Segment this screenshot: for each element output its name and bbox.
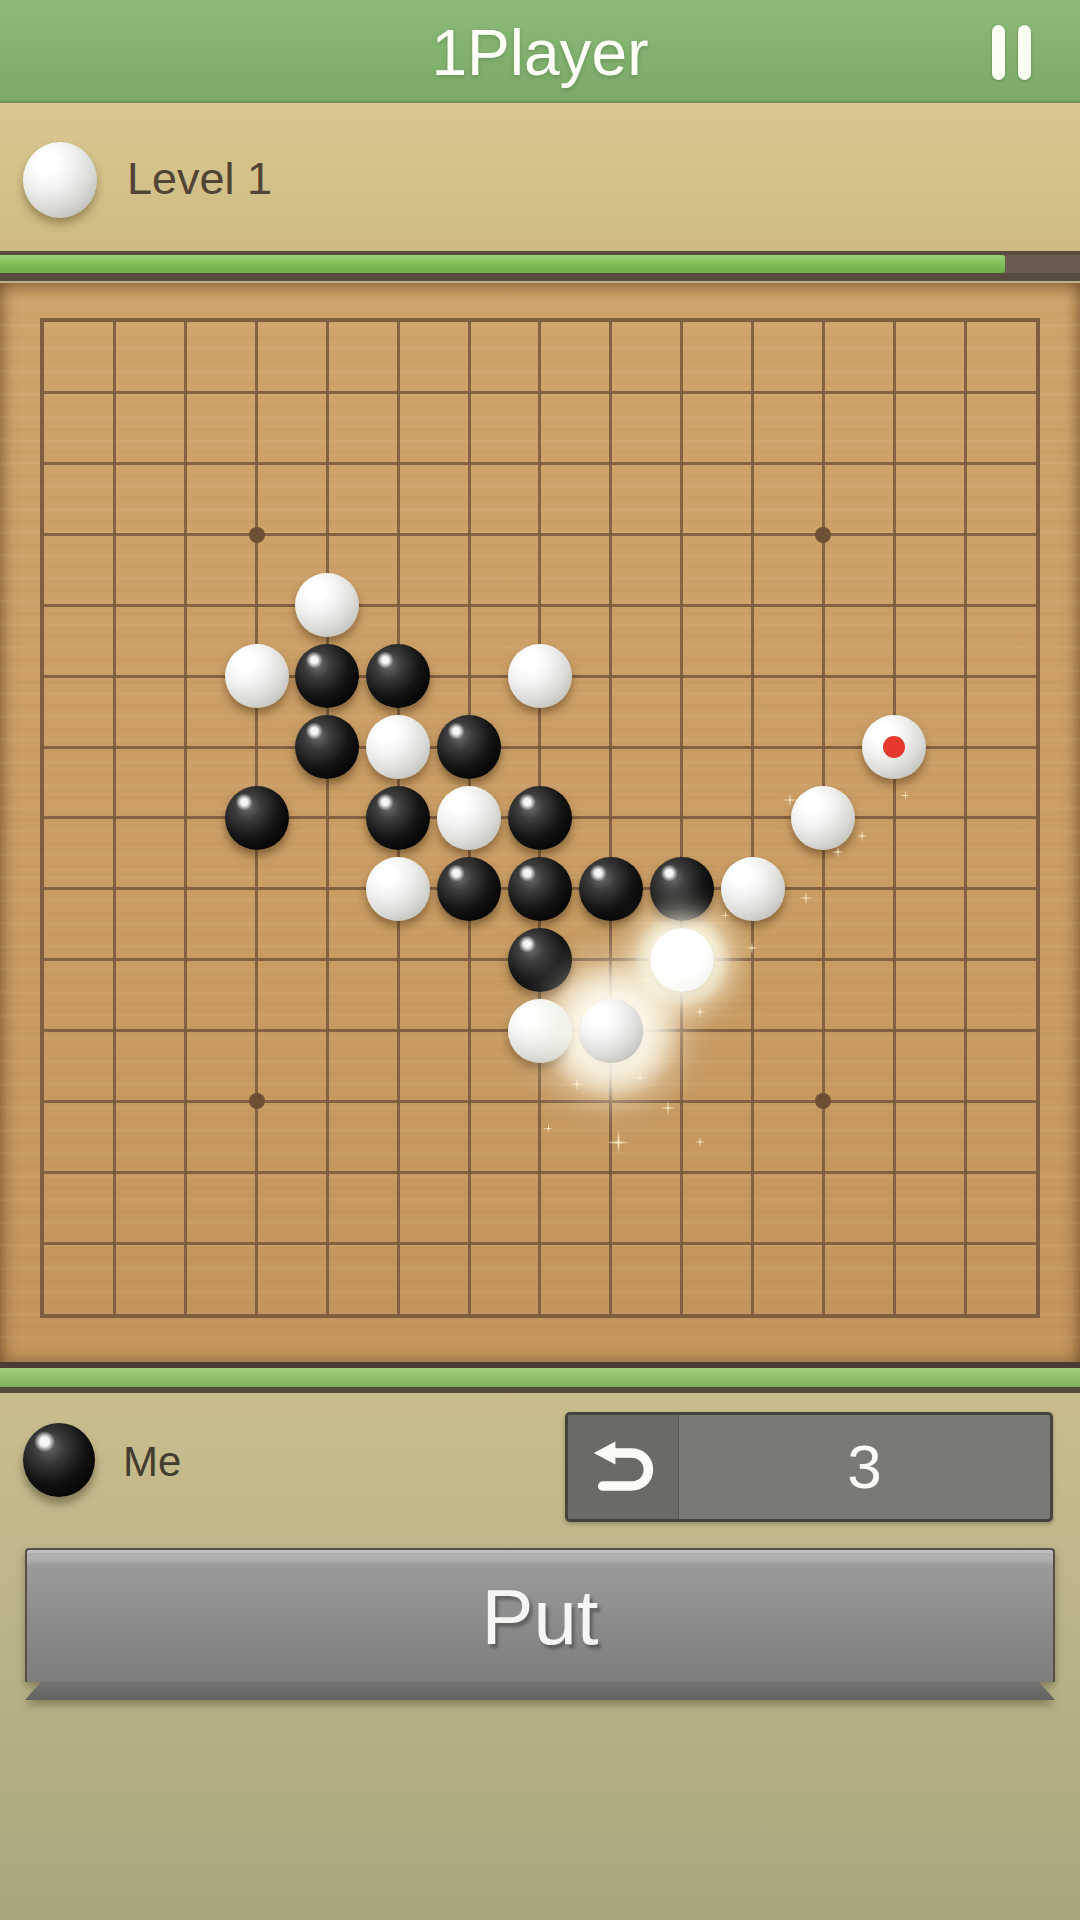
board-bottom-separator [0,1362,1080,1393]
opponent-panel: Level 1 [0,103,1080,251]
black-stone: ● [366,786,430,850]
white-stone: ○ [791,786,855,850]
black-stone: ● [225,786,289,850]
gomoku-board[interactable]: ○○●●○●○●○●●○●○○●●●●○●○○○ [0,283,1080,1362]
black-stone: ● [508,857,572,921]
white-stone: ○ [366,857,430,921]
black-stone: ● [508,928,572,992]
black-stone: ● [650,857,714,921]
pause-icon [1018,25,1031,80]
pause-icon [992,25,1005,80]
put-button-label: Put [25,1548,1055,1682]
black-stone: ● [437,857,501,921]
grid-line-vertical [893,322,896,1314]
star-point [249,527,265,543]
opponent-stone-white [23,142,97,218]
star-point [815,527,831,543]
me-label: Me [123,1438,181,1486]
white-stone: ○ [366,715,430,779]
level-progress-track [0,251,1080,281]
grid-line-vertical [964,322,967,1314]
white-stone: ○ [579,999,643,1063]
star-point [249,1093,265,1109]
undo-icon [590,1439,656,1495]
undo-bar: 3 [565,1412,1053,1522]
grid-line-horizontal [44,1171,1036,1174]
black-stone: ● [508,786,572,850]
grid-line-horizontal [44,1242,1036,1245]
black-stone: ● [579,857,643,921]
put-button-bevel [25,1682,1055,1700]
level-progress-fill [0,255,1005,273]
grid-line-vertical [609,322,612,1314]
white-stone: ○ [508,999,572,1063]
white-stone: ○ [862,715,926,779]
white-stone: ○ [225,644,289,708]
pause-button[interactable] [984,18,1050,88]
grid-line-horizontal [44,1100,1036,1103]
undo-count: 3 [679,1415,1050,1519]
grid-line-vertical [680,322,683,1314]
top-bar: 1Player [0,0,1080,103]
page-title: 1Player [0,0,1080,103]
me-stone-black [23,1423,95,1497]
white-stone: ○ [437,786,501,850]
grid-line-vertical [751,322,754,1314]
undo-button[interactable] [568,1415,679,1519]
level-label: Level 1 [127,153,272,205]
level-progress-well [0,255,1080,273]
white-stone: ○ [721,857,785,921]
white-stone: ○ [650,928,714,992]
put-button[interactable]: Put [25,1548,1055,1700]
white-stone: ○ [508,644,572,708]
last-move-marker [883,736,905,758]
black-stone: ● [437,715,501,779]
